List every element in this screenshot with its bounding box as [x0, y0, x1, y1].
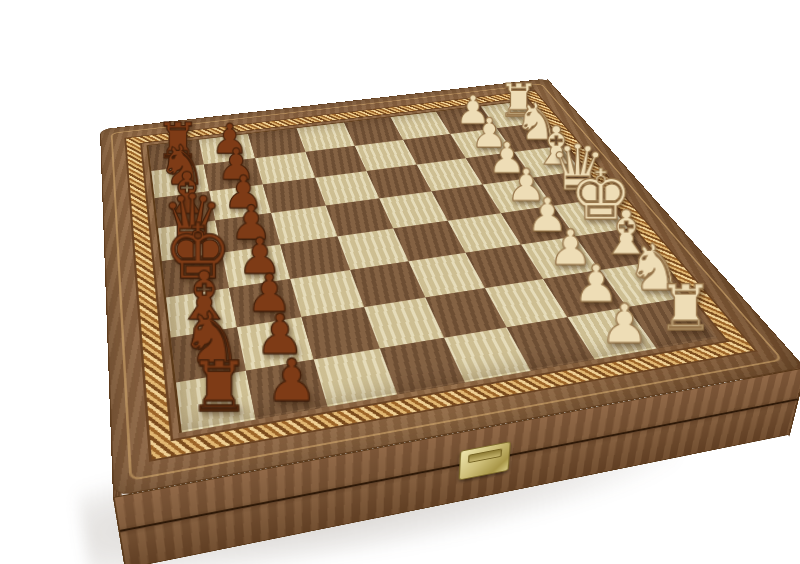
brass-latch — [459, 441, 512, 480]
piece-black-pawn-h7: ♟ — [265, 351, 317, 409]
chess-set-photo: ♜♟♟♜♞♟♟♞♝♟♟♝♛♟♟♛♚♟♟♚♝♟♟♝♞♟♟♞♜♟♟♜ — [0, 0, 800, 564]
chess-box: ♜♟♟♜♞♟♟♞♝♟♟♝♛♟♟♛♚♟♟♚♝♟♟♝♞♟♟♞♜♟♟♜ — [100, 78, 800, 497]
piece-white-rook-h1: ♜ — [657, 277, 713, 340]
piece-black-rook-h8: ♜ — [187, 353, 249, 423]
latch-slot — [468, 448, 502, 463]
piece-white-pawn-h2: ♟ — [600, 297, 649, 351]
chess-board-grid: ♜♟♟♜♞♟♟♞♝♟♟♝♛♟♟♛♚♟♟♚♝♟♟♝♞♟♟♞♜♟♟♜ — [148, 101, 717, 432]
perspective-wrapper: ♜♟♟♜♞♟♟♞♝♟♟♝♛♟♟♛♚♟♟♚♝♟♟♝♞♟♟♞♜♟♟♜ — [0, 0, 800, 564]
